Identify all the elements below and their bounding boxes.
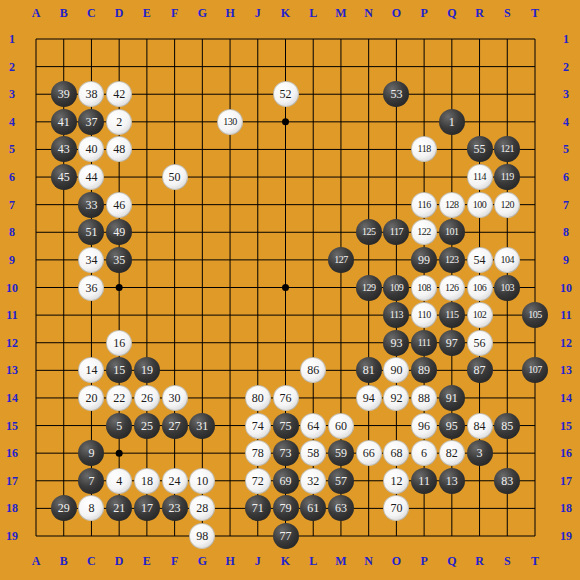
black-stone-O8-move-117[interactable]: 117 xyxy=(383,219,409,245)
black-stone-D8-move-49[interactable]: 49 xyxy=(106,219,132,245)
coord-label-right-6: 6 xyxy=(563,171,569,183)
black-stone-T13-move-107[interactable]: 107 xyxy=(522,357,548,383)
white-stone-Q10-move-126[interactable]: 126 xyxy=(439,275,465,301)
black-stone-S10-move-103[interactable]: 103 xyxy=(494,275,520,301)
white-stone-C9-move-34[interactable]: 34 xyxy=(78,247,104,273)
coord-label-bottom-S: S xyxy=(504,555,511,567)
coord-label-bottom-G: G xyxy=(198,555,207,567)
coord-label-top-F: F xyxy=(171,7,178,19)
white-stone-L17-move-32[interactable]: 32 xyxy=(300,468,326,494)
black-stone-E15-move-25[interactable]: 25 xyxy=(134,413,160,439)
coord-label-bottom-B: B xyxy=(60,555,68,567)
coord-label-left-10: 10 xyxy=(6,282,18,294)
white-stone-C13-move-14[interactable]: 14 xyxy=(78,357,104,383)
white-stone-D3-move-42[interactable]: 42 xyxy=(106,81,132,107)
white-stone-P11-move-110[interactable]: 110 xyxy=(411,302,437,328)
black-stone-R13-move-87[interactable]: 87 xyxy=(467,357,493,383)
coord-label-right-1: 1 xyxy=(563,33,569,45)
white-stone-C6-move-44[interactable]: 44 xyxy=(78,164,104,190)
white-stone-P10-move-108[interactable]: 108 xyxy=(411,275,437,301)
coord-label-bottom-K: K xyxy=(281,555,290,567)
coord-label-top-J: J xyxy=(255,7,261,19)
white-stone-O16-move-68[interactable]: 68 xyxy=(383,440,409,466)
coord-label-right-13: 13 xyxy=(560,364,572,376)
white-stone-O14-move-92[interactable]: 92 xyxy=(383,385,409,411)
black-stone-E18-move-17[interactable]: 17 xyxy=(134,495,160,521)
white-stone-P8-move-122[interactable]: 122 xyxy=(411,219,437,245)
coord-label-bottom-T: T xyxy=(531,555,539,567)
white-stone-D14-move-22[interactable]: 22 xyxy=(106,385,132,411)
coord-label-right-17: 17 xyxy=(560,475,572,487)
black-stone-K17-move-69[interactable]: 69 xyxy=(273,468,299,494)
black-stone-P9-move-99[interactable]: 99 xyxy=(411,247,437,273)
coord-label-top-H: H xyxy=(225,7,234,19)
white-stone-P15-move-96[interactable]: 96 xyxy=(411,413,437,439)
coord-label-bottom-R: R xyxy=(475,555,484,567)
coord-label-left-5: 5 xyxy=(9,143,15,155)
coord-label-top-P: P xyxy=(420,7,427,19)
coord-label-right-3: 3 xyxy=(563,88,569,100)
coord-label-left-14: 14 xyxy=(6,392,18,404)
coord-label-left-15: 15 xyxy=(6,420,18,432)
black-stone-D9-move-35[interactable]: 35 xyxy=(106,247,132,273)
black-stone-O12-move-93[interactable]: 93 xyxy=(383,330,409,356)
white-stone-G18-move-28[interactable]: 28 xyxy=(189,495,215,521)
coord-label-bottom-F: F xyxy=(171,555,178,567)
coord-label-top-N: N xyxy=(364,7,373,19)
white-stone-C18-move-8[interactable]: 8 xyxy=(78,495,104,521)
black-stone-Q15-move-95[interactable]: 95 xyxy=(439,413,465,439)
black-stone-Q12-move-97[interactable]: 97 xyxy=(439,330,465,356)
black-stone-M16-move-59[interactable]: 59 xyxy=(328,440,354,466)
white-stone-D5-move-48[interactable]: 48 xyxy=(106,136,132,162)
white-stone-P7-move-116[interactable]: 116 xyxy=(411,192,437,218)
white-stone-P5-move-118[interactable]: 118 xyxy=(411,136,437,162)
coord-label-right-12: 12 xyxy=(560,337,572,349)
white-stone-R9-move-54[interactable]: 54 xyxy=(467,247,493,273)
black-stone-C7-move-33[interactable]: 33 xyxy=(78,192,104,218)
white-stone-D17-move-4[interactable]: 4 xyxy=(106,468,132,494)
white-stone-G17-move-10[interactable]: 10 xyxy=(189,468,215,494)
black-stone-B5-move-43[interactable]: 43 xyxy=(51,136,77,162)
coord-label-bottom-C: C xyxy=(87,555,96,567)
coord-label-left-18: 18 xyxy=(6,502,18,514)
white-stone-L16-move-58[interactable]: 58 xyxy=(300,440,326,466)
coord-label-top-A: A xyxy=(32,7,41,19)
white-stone-R12-move-56[interactable]: 56 xyxy=(467,330,493,356)
star-point xyxy=(116,450,123,457)
black-stone-B3-move-39[interactable]: 39 xyxy=(51,81,77,107)
coord-label-left-13: 13 xyxy=(6,364,18,376)
coord-label-right-15: 15 xyxy=(560,420,572,432)
coord-label-left-1: 1 xyxy=(9,33,15,45)
white-stone-C3-move-38[interactable]: 38 xyxy=(78,81,104,107)
coord-label-right-10: 10 xyxy=(560,282,572,294)
white-stone-J17-move-72[interactable]: 72 xyxy=(245,468,271,494)
coord-label-bottom-O: O xyxy=(392,555,401,567)
coord-label-top-S: S xyxy=(504,7,511,19)
white-stone-K3-move-52[interactable]: 52 xyxy=(273,81,299,107)
white-stone-R6-move-114[interactable]: 114 xyxy=(467,164,493,190)
white-stone-O13-move-90[interactable]: 90 xyxy=(383,357,409,383)
black-stone-J18-move-71[interactable]: 71 xyxy=(245,495,271,521)
black-stone-Q9-move-123[interactable]: 123 xyxy=(439,247,465,273)
black-stone-Q11-move-115[interactable]: 115 xyxy=(439,302,465,328)
white-stone-N14-move-94[interactable]: 94 xyxy=(356,385,382,411)
coord-label-right-5: 5 xyxy=(563,143,569,155)
coord-label-top-B: B xyxy=(60,7,68,19)
black-stone-G15-move-31[interactable]: 31 xyxy=(189,413,215,439)
black-stone-K16-move-73[interactable]: 73 xyxy=(273,440,299,466)
white-stone-S7-move-120[interactable]: 120 xyxy=(494,192,520,218)
black-stone-N8-move-125[interactable]: 125 xyxy=(356,219,382,245)
coord-label-bottom-A: A xyxy=(32,555,41,567)
white-stone-O18-move-70[interactable]: 70 xyxy=(383,495,409,521)
white-stone-R10-move-106[interactable]: 106 xyxy=(467,275,493,301)
white-stone-R11-move-102[interactable]: 102 xyxy=(467,302,493,328)
coord-label-left-4: 4 xyxy=(9,116,15,128)
coord-label-bottom-H: H xyxy=(225,555,234,567)
coord-label-bottom-D: D xyxy=(115,555,124,567)
coord-label-top-L: L xyxy=(309,7,317,19)
black-stone-D18-move-21[interactable]: 21 xyxy=(106,495,132,521)
black-stone-K18-move-79[interactable]: 79 xyxy=(273,495,299,521)
white-stone-G19-move-98[interactable]: 98 xyxy=(189,523,215,549)
black-stone-O10-move-109[interactable]: 109 xyxy=(383,275,409,301)
white-stone-D4-move-2[interactable]: 2 xyxy=(106,109,132,135)
black-stone-O3-move-53[interactable]: 53 xyxy=(383,81,409,107)
coord-label-left-2: 2 xyxy=(9,61,15,73)
white-stone-L15-move-64[interactable]: 64 xyxy=(300,413,326,439)
coord-label-right-18: 18 xyxy=(560,502,572,514)
black-stone-B18-move-29[interactable]: 29 xyxy=(51,495,77,521)
coord-label-top-R: R xyxy=(475,7,484,19)
black-stone-L18-move-61[interactable]: 61 xyxy=(300,495,326,521)
coord-label-bottom-M: M xyxy=(335,555,346,567)
black-stone-M18-move-63[interactable]: 63 xyxy=(328,495,354,521)
coord-label-bottom-E: E xyxy=(143,555,151,567)
coord-label-right-7: 7 xyxy=(563,199,569,211)
white-stone-F6-move-50[interactable]: 50 xyxy=(162,164,188,190)
coord-label-top-O: O xyxy=(392,7,401,19)
black-stone-M17-move-57[interactable]: 57 xyxy=(328,468,354,494)
white-stone-Q7-move-128[interactable]: 128 xyxy=(439,192,465,218)
white-stone-R15-move-84[interactable]: 84 xyxy=(467,413,493,439)
coord-label-right-11: 11 xyxy=(560,309,571,321)
coord-label-left-9: 9 xyxy=(9,254,15,266)
coord-label-bottom-L: L xyxy=(309,555,317,567)
black-stone-P12-move-111[interactable]: 111 xyxy=(411,330,437,356)
coord-label-bottom-N: N xyxy=(364,555,373,567)
black-stone-S6-move-119[interactable]: 119 xyxy=(494,164,520,190)
black-stone-Q17-move-13[interactable]: 13 xyxy=(439,468,465,494)
white-stone-O17-move-12[interactable]: 12 xyxy=(383,468,409,494)
coord-label-top-M: M xyxy=(335,7,346,19)
white-stone-H4-move-130[interactable]: 130 xyxy=(217,109,243,135)
coord-label-top-K: K xyxy=(281,7,290,19)
black-stone-K19-move-77[interactable]: 77 xyxy=(273,523,299,549)
black-stone-T11-move-105[interactable]: 105 xyxy=(522,302,548,328)
white-stone-L13-move-86[interactable]: 86 xyxy=(300,357,326,383)
black-stone-R16-move-3[interactable]: 3 xyxy=(467,440,493,466)
coord-label-left-16: 16 xyxy=(6,447,18,459)
white-stone-Q16-move-82[interactable]: 82 xyxy=(439,440,465,466)
white-stone-J15-move-74[interactable]: 74 xyxy=(245,413,271,439)
coord-label-right-4: 4 xyxy=(563,116,569,128)
coord-label-left-12: 12 xyxy=(6,337,18,349)
black-stone-O11-move-113[interactable]: 113 xyxy=(383,302,409,328)
coord-label-left-17: 17 xyxy=(6,475,18,487)
coord-label-top-E: E xyxy=(143,7,151,19)
star-point xyxy=(282,284,289,291)
black-stone-Q4-move-1[interactable]: 1 xyxy=(439,109,465,135)
white-stone-C5-move-40[interactable]: 40 xyxy=(78,136,104,162)
coord-label-top-D: D xyxy=(115,7,124,19)
coord-label-left-11: 11 xyxy=(6,309,17,321)
coord-label-right-2: 2 xyxy=(563,61,569,73)
coord-label-bottom-Q: Q xyxy=(447,555,456,567)
coord-label-left-6: 6 xyxy=(9,171,15,183)
coord-label-top-G: G xyxy=(198,7,207,19)
black-stone-R5-move-55[interactable]: 55 xyxy=(467,136,493,162)
star-point xyxy=(282,118,289,125)
black-stone-C17-move-7[interactable]: 7 xyxy=(78,468,104,494)
coord-label-right-16: 16 xyxy=(560,447,572,459)
black-stone-E13-move-19[interactable]: 19 xyxy=(134,357,160,383)
white-stone-J16-move-78[interactable]: 78 xyxy=(245,440,271,466)
black-stone-B4-move-41[interactable]: 41 xyxy=(51,109,77,135)
white-stone-C14-move-20[interactable]: 20 xyxy=(78,385,104,411)
coord-label-left-19: 19 xyxy=(6,530,18,542)
black-stone-P13-move-89[interactable]: 89 xyxy=(411,357,437,383)
black-stone-B6-move-45[interactable]: 45 xyxy=(51,164,77,190)
coord-label-bottom-P: P xyxy=(420,555,427,567)
coord-label-top-T: T xyxy=(531,7,539,19)
black-stone-C16-move-9[interactable]: 9 xyxy=(78,440,104,466)
white-stone-E17-move-18[interactable]: 18 xyxy=(134,468,160,494)
white-stone-E14-move-26[interactable]: 26 xyxy=(134,385,160,411)
coord-label-right-14: 14 xyxy=(560,392,572,404)
black-stone-K15-move-75[interactable]: 75 xyxy=(273,413,299,439)
white-stone-R7-move-100[interactable]: 100 xyxy=(467,192,493,218)
white-stone-C10-move-36[interactable]: 36 xyxy=(78,275,104,301)
white-stone-D7-move-46[interactable]: 46 xyxy=(106,192,132,218)
black-stone-N10-move-129[interactable]: 129 xyxy=(356,275,382,301)
white-stone-F17-move-24[interactable]: 24 xyxy=(162,468,188,494)
white-stone-P16-move-6[interactable]: 6 xyxy=(411,440,437,466)
black-stone-S15-move-85[interactable]: 85 xyxy=(494,413,520,439)
black-stone-D13-move-15[interactable]: 15 xyxy=(106,357,132,383)
coord-label-left-7: 7 xyxy=(9,199,15,211)
black-stone-D15-move-5[interactable]: 5 xyxy=(106,413,132,439)
white-stone-S9-move-104[interactable]: 104 xyxy=(494,247,520,273)
coord-label-top-C: C xyxy=(87,7,96,19)
black-stone-F18-move-23[interactable]: 23 xyxy=(162,495,188,521)
black-stone-S5-move-121[interactable]: 121 xyxy=(494,136,520,162)
white-stone-N16-move-66[interactable]: 66 xyxy=(356,440,382,466)
black-stone-F15-move-27[interactable]: 27 xyxy=(162,413,188,439)
black-stone-N13-move-81[interactable]: 81 xyxy=(356,357,382,383)
black-stone-C4-move-37[interactable]: 37 xyxy=(78,109,104,135)
star-point xyxy=(116,284,123,291)
coord-label-left-3: 3 xyxy=(9,88,15,100)
black-stone-C8-move-51[interactable]: 51 xyxy=(78,219,104,245)
black-stone-Q8-move-101[interactable]: 101 xyxy=(439,219,465,245)
white-stone-F14-move-30[interactable]: 30 xyxy=(162,385,188,411)
coord-label-bottom-J: J xyxy=(255,555,261,567)
coord-label-left-8: 8 xyxy=(9,226,15,238)
black-stone-P17-move-11[interactable]: 11 xyxy=(411,468,437,494)
white-stone-D12-move-16[interactable]: 16 xyxy=(106,330,132,356)
white-stone-M15-move-60[interactable]: 60 xyxy=(328,413,354,439)
coord-label-top-Q: Q xyxy=(447,7,456,19)
go-board-diagram: AABBCCDDEEFFGGHHJJKKLLMMNNOOPPQQRRSSTT11… xyxy=(0,0,580,580)
black-stone-S17-move-83[interactable]: 83 xyxy=(494,468,520,494)
white-stone-P14-move-88[interactable]: 88 xyxy=(411,385,437,411)
black-stone-M9-move-127[interactable]: 127 xyxy=(328,247,354,273)
coord-label-right-9: 9 xyxy=(563,254,569,266)
white-stone-K14-move-76[interactable]: 76 xyxy=(273,385,299,411)
go-board[interactable]: AABBCCDDEEFFGGHHJJKKLLMMNNOOPPQQRRSSTT11… xyxy=(0,0,580,580)
coord-label-right-8: 8 xyxy=(563,226,569,238)
coord-label-right-19: 19 xyxy=(560,530,572,542)
black-stone-Q14-move-91[interactable]: 91 xyxy=(439,385,465,411)
white-stone-J14-move-80[interactable]: 80 xyxy=(245,385,271,411)
